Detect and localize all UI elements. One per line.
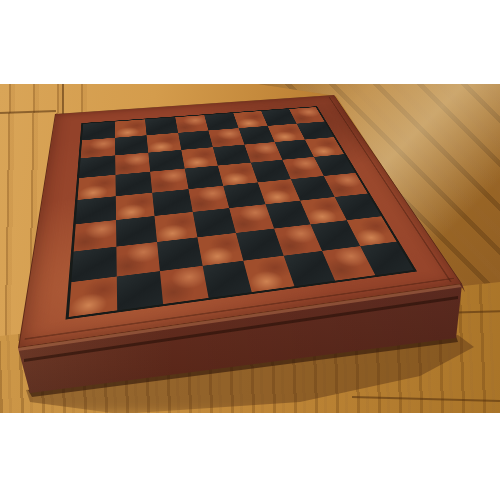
square-c1 xyxy=(160,266,208,304)
board-grid xyxy=(69,107,414,317)
square-b1 xyxy=(116,271,163,310)
letterbox-bottom xyxy=(0,413,500,500)
product-photo-page xyxy=(0,0,500,500)
photo-area xyxy=(0,84,500,413)
letterbox-top xyxy=(0,0,500,84)
square-a1 xyxy=(69,277,117,317)
